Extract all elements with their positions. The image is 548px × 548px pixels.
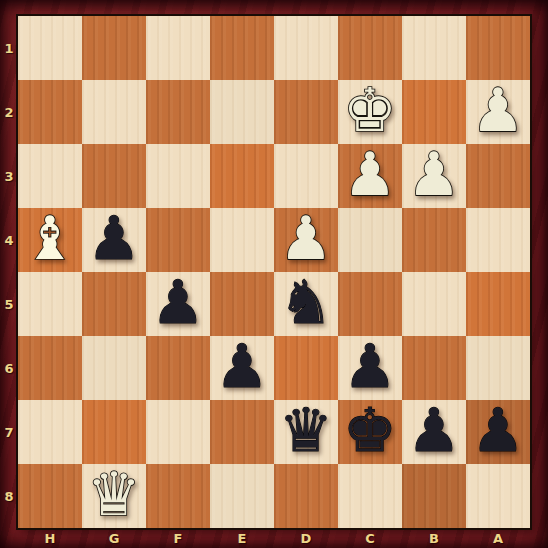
file-label-g: G [82, 528, 146, 548]
file-label-b: B [402, 528, 466, 548]
square-e5[interactable] [210, 272, 274, 336]
chessboard: ♚♟♟♟♝♟♟♟♞♟♟♛♚♟♟♛ [18, 16, 530, 528]
square-h3[interactable] [18, 144, 82, 208]
square-a1[interactable] [466, 16, 530, 80]
square-c7[interactable]: ♚ [338, 400, 402, 464]
rank-label-3: 3 [0, 144, 18, 208]
square-g6[interactable] [82, 336, 146, 400]
rank-label-5: 5 [0, 272, 18, 336]
square-b1[interactable] [402, 16, 466, 80]
square-g3[interactable] [82, 144, 146, 208]
square-a7[interactable]: ♟ [466, 400, 530, 464]
square-c3[interactable]: ♟ [338, 144, 402, 208]
square-c4[interactable] [338, 208, 402, 272]
file-label-c: C [338, 528, 402, 548]
piece-black-knight[interactable]: ♞ [279, 270, 333, 334]
file-label-h: H [18, 528, 82, 548]
square-e2[interactable] [210, 80, 274, 144]
square-a8[interactable] [466, 464, 530, 528]
square-b5[interactable] [402, 272, 466, 336]
square-d5[interactable]: ♞ [274, 272, 338, 336]
file-label-e: E [210, 528, 274, 548]
square-a2[interactable]: ♟ [466, 80, 530, 144]
square-f5[interactable]: ♟ [146, 272, 210, 336]
square-h5[interactable] [18, 272, 82, 336]
square-e3[interactable] [210, 144, 274, 208]
square-h4[interactable]: ♝ [18, 208, 82, 272]
piece-white-pawn[interactable]: ♟ [279, 206, 333, 270]
square-e8[interactable] [210, 464, 274, 528]
piece-black-pawn[interactable]: ♟ [215, 334, 269, 398]
square-d3[interactable] [274, 144, 338, 208]
piece-black-queen[interactable]: ♛ [279, 398, 333, 462]
square-c6[interactable]: ♟ [338, 336, 402, 400]
piece-white-bishop[interactable]: ♝ [23, 206, 77, 270]
piece-white-pawn[interactable]: ♟ [471, 78, 525, 142]
square-h1[interactable] [18, 16, 82, 80]
piece-white-pawn[interactable]: ♟ [407, 142, 461, 206]
square-f6[interactable] [146, 336, 210, 400]
piece-black-king[interactable]: ♚ [343, 398, 397, 462]
square-h7[interactable] [18, 400, 82, 464]
square-c5[interactable] [338, 272, 402, 336]
file-label-f: F [146, 528, 210, 548]
square-g4[interactable]: ♟ [82, 208, 146, 272]
rank-label-4: 4 [0, 208, 18, 272]
piece-black-pawn[interactable]: ♟ [471, 398, 525, 462]
square-b2[interactable] [402, 80, 466, 144]
square-b8[interactable] [402, 464, 466, 528]
square-f4[interactable] [146, 208, 210, 272]
square-e4[interactable] [210, 208, 274, 272]
piece-white-queen[interactable]: ♛ [87, 462, 141, 526]
square-b6[interactable] [402, 336, 466, 400]
square-h8[interactable] [18, 464, 82, 528]
piece-black-pawn[interactable]: ♟ [407, 398, 461, 462]
square-a4[interactable] [466, 208, 530, 272]
square-c1[interactable] [338, 16, 402, 80]
square-d7[interactable]: ♛ [274, 400, 338, 464]
square-e1[interactable] [210, 16, 274, 80]
square-b4[interactable] [402, 208, 466, 272]
rank-label-6: 6 [0, 336, 18, 400]
square-d6[interactable] [274, 336, 338, 400]
square-h6[interactable] [18, 336, 82, 400]
square-f7[interactable] [146, 400, 210, 464]
square-g7[interactable] [82, 400, 146, 464]
square-d2[interactable] [274, 80, 338, 144]
rank-label-2: 2 [0, 80, 18, 144]
piece-white-king[interactable]: ♚ [343, 78, 397, 142]
square-h2[interactable] [18, 80, 82, 144]
chessboard-frame: ♚♟♟♟♝♟♟♟♞♟♟♛♚♟♟♛ 12345678 HGFEDCBA [0, 0, 548, 548]
piece-black-pawn[interactable]: ♟ [343, 334, 397, 398]
square-c8[interactable] [338, 464, 402, 528]
rank-label-7: 7 [0, 400, 18, 464]
square-a3[interactable] [466, 144, 530, 208]
square-f8[interactable] [146, 464, 210, 528]
square-g2[interactable] [82, 80, 146, 144]
square-f3[interactable] [146, 144, 210, 208]
rank-labels: 12345678 [0, 16, 18, 528]
square-d4[interactable]: ♟ [274, 208, 338, 272]
square-e7[interactable] [210, 400, 274, 464]
file-label-d: D [274, 528, 338, 548]
square-g1[interactable] [82, 16, 146, 80]
square-f2[interactable] [146, 80, 210, 144]
square-g8[interactable]: ♛ [82, 464, 146, 528]
square-a5[interactable] [466, 272, 530, 336]
piece-white-pawn[interactable]: ♟ [343, 142, 397, 206]
square-e6[interactable]: ♟ [210, 336, 274, 400]
square-d8[interactable] [274, 464, 338, 528]
square-a6[interactable] [466, 336, 530, 400]
square-f1[interactable] [146, 16, 210, 80]
square-g5[interactable] [82, 272, 146, 336]
piece-black-pawn[interactable]: ♟ [87, 206, 141, 270]
file-labels: HGFEDCBA [18, 528, 530, 548]
square-c2[interactable]: ♚ [338, 80, 402, 144]
square-d1[interactable] [274, 16, 338, 80]
file-label-a: A [466, 528, 530, 548]
rank-label-8: 8 [0, 464, 18, 528]
square-b7[interactable]: ♟ [402, 400, 466, 464]
rank-label-1: 1 [0, 16, 18, 80]
piece-black-pawn[interactable]: ♟ [151, 270, 205, 334]
square-b3[interactable]: ♟ [402, 144, 466, 208]
